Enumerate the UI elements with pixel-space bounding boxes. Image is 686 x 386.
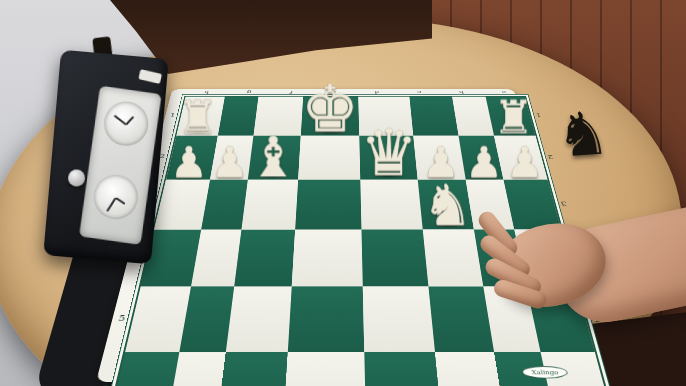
clock-dial-bottom <box>91 172 141 222</box>
scene: hgfedcba 12345678 ♜♚♜♟♟♝♛♟♟♟♞♞♟♟♟♟♟♛♚♝♜ … <box>0 0 686 386</box>
square-g2[interactable]: ♟ <box>210 136 254 180</box>
captured-black-knight[interactable]: ♞ <box>554 102 612 166</box>
square-c3[interactable]: ♞ <box>418 180 474 230</box>
square-d6[interactable] <box>364 352 443 386</box>
file-label-top-f: f <box>270 89 313 96</box>
square-f6[interactable]: ♞ <box>216 352 287 386</box>
clock-hand <box>125 116 134 125</box>
square-e2[interactable] <box>298 136 360 180</box>
square-h1[interactable]: ♜ <box>176 97 224 136</box>
piece-black-knight-f6[interactable]: ♞ <box>228 383 273 386</box>
piece-shadow <box>316 130 343 135</box>
square-c4[interactable] <box>423 229 484 286</box>
square-e6[interactable]: ♟ <box>283 352 366 386</box>
clock-hand <box>115 197 125 205</box>
file-label-top-c: c <box>397 89 440 96</box>
file-labels-top: hgfedcba <box>184 89 526 96</box>
square-e3[interactable] <box>295 180 361 230</box>
square-d3[interactable] <box>360 180 423 230</box>
file-label-top-a: a <box>482 89 526 96</box>
piece-white-pawn-h2[interactable]: ♟ <box>170 142 208 184</box>
square-f4[interactable] <box>234 229 295 286</box>
file-label-top-g: g <box>227 89 270 96</box>
clock-hand <box>106 197 116 212</box>
chess-clock <box>43 50 169 265</box>
square-d2[interactable]: ♛ <box>359 136 418 180</box>
piece-white-pawn-g2[interactable]: ♟ <box>210 142 248 184</box>
square-g4[interactable] <box>191 229 242 286</box>
file-label-top-d: d <box>355 89 398 96</box>
piece-white-pawn-a2[interactable]: ♟ <box>506 142 544 184</box>
chess-board: hgfedcba 12345678 ♜♚♜♟♟♝♛♟♟♟♞♞♟♟♟♟♟♛♚♝♜ … <box>96 89 590 382</box>
square-e1[interactable]: ♚ <box>301 97 359 136</box>
file-label-top-h: h <box>184 89 228 96</box>
square-g3[interactable] <box>201 180 248 230</box>
square-f2[interactable]: ♝ <box>248 136 301 180</box>
square-d4[interactable] <box>361 229 428 286</box>
piece-shadow <box>374 173 403 178</box>
square-e5[interactable] <box>287 286 363 352</box>
square-f3[interactable] <box>241 180 297 230</box>
file-label-top-e: e <box>313 89 356 96</box>
square-f5[interactable] <box>226 286 292 352</box>
vinyl-mat: hgfedcba 12345678 ♜♚♜♟♟♝♛♟♟♟♞♞♟♟♟♟♟♛♚♝♜ … <box>96 89 590 382</box>
square-d5[interactable] <box>362 286 435 352</box>
square-e4[interactable] <box>291 229 362 286</box>
clock-dial-top <box>101 99 151 149</box>
file-label-top-b: b <box>440 89 484 96</box>
